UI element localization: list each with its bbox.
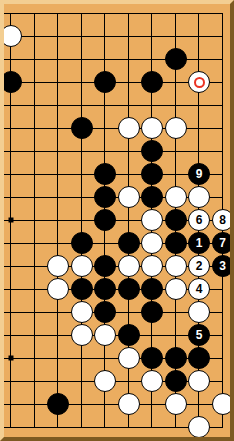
- board-intersection: [23, 324, 47, 347]
- board-intersection: [140, 71, 164, 94]
- board-intersection: 6: [187, 209, 211, 232]
- board-intersection: [23, 232, 47, 255]
- board-intersection: [164, 324, 188, 347]
- board-intersection: [23, 117, 47, 140]
- board-intersection: [70, 393, 94, 416]
- black-stone: [141, 140, 163, 162]
- board-intersection: [93, 48, 117, 71]
- board-intersection: [0, 71, 23, 94]
- board-intersection: [117, 71, 141, 94]
- board-intersection: [211, 48, 234, 71]
- star-point: [9, 218, 14, 223]
- board-intersection: [140, 163, 164, 186]
- black-stone: 1: [188, 232, 210, 254]
- black-stone: [188, 347, 210, 369]
- board-intersection: [187, 393, 211, 416]
- black-stone: 5: [188, 324, 210, 346]
- board-intersection: [211, 278, 234, 301]
- board-intersection: [187, 94, 211, 117]
- black-stone: [94, 209, 116, 231]
- board-intersection: [140, 347, 164, 370]
- board-intersection: [0, 255, 23, 278]
- board-intersection: [46, 255, 70, 278]
- board-intersection: [0, 140, 23, 163]
- board-intersection: [70, 117, 94, 140]
- black-stone: [0, 71, 22, 93]
- board-intersection: [0, 117, 23, 140]
- board-intersection: [70, 278, 94, 301]
- black-stone: [71, 232, 93, 254]
- board-intersection: [70, 140, 94, 163]
- board-intersection: [23, 2, 47, 25]
- white-stone: [165, 186, 187, 208]
- white-stone: [118, 117, 140, 139]
- board-intersection: [70, 2, 94, 25]
- board-intersection: [23, 301, 47, 324]
- board-intersection: [117, 393, 141, 416]
- board-intersection: [46, 186, 70, 209]
- board-intersection: [0, 25, 23, 48]
- board-intersection: [164, 117, 188, 140]
- white-stone: [94, 370, 116, 392]
- board-intersection: [211, 25, 234, 48]
- board-intersection: [211, 71, 234, 94]
- board-intersection: [187, 48, 211, 71]
- go-diagram: 968172345: [0, 0, 234, 441]
- black-stone: [118, 324, 140, 346]
- board-intersection: [211, 324, 234, 347]
- move-number-label: 4: [196, 283, 203, 295]
- move-number-label: 1: [196, 237, 203, 249]
- move-number-label: 9: [196, 168, 203, 180]
- board-intersection: [164, 94, 188, 117]
- board-intersection: [93, 232, 117, 255]
- board-intersection: [0, 232, 23, 255]
- board-intersection: [211, 163, 234, 186]
- board-intersection: [140, 209, 164, 232]
- board-intersection: 2: [187, 255, 211, 278]
- star-point: [9, 356, 14, 361]
- board-intersection: [211, 370, 234, 393]
- board-intersection: [187, 186, 211, 209]
- white-stone: [47, 255, 69, 277]
- board-intersection: [93, 416, 117, 439]
- board-intersection: [23, 186, 47, 209]
- white-stone: [188, 186, 210, 208]
- board-intersection: [93, 393, 117, 416]
- board-intersection: [140, 370, 164, 393]
- board-intersection: [117, 301, 141, 324]
- white-stone: [118, 255, 140, 277]
- board-intersection: [93, 25, 117, 48]
- board-intersection: [117, 2, 141, 25]
- board-intersection: [46, 94, 70, 117]
- board-intersection: [0, 94, 23, 117]
- board-intersection: [117, 163, 141, 186]
- board-intersection: [140, 2, 164, 25]
- white-stone: [165, 255, 187, 277]
- board-intersection: [23, 209, 47, 232]
- board-intersection: [93, 278, 117, 301]
- black-stone: [94, 71, 116, 93]
- black-stone: [94, 301, 116, 323]
- board-intersection: [23, 71, 47, 94]
- board-intersection: [140, 140, 164, 163]
- board-intersection: [46, 209, 70, 232]
- board-intersection: 1: [187, 232, 211, 255]
- board-intersection: [0, 48, 23, 71]
- black-stone: [118, 278, 140, 300]
- white-stone: [212, 393, 234, 415]
- board-intersection: [117, 416, 141, 439]
- black-stone: [94, 278, 116, 300]
- board-intersection: [46, 393, 70, 416]
- red-circle-mark-icon: [194, 77, 205, 88]
- board-intersection: [187, 301, 211, 324]
- black-stone: [141, 186, 163, 208]
- board-intersection: [0, 347, 23, 370]
- board-intersection: [23, 140, 47, 163]
- board-intersection: [93, 94, 117, 117]
- board-intersection: [93, 71, 117, 94]
- board-intersection: [164, 301, 188, 324]
- black-stone: [165, 48, 187, 70]
- white-stone: 4: [188, 278, 210, 300]
- board-intersection: 7: [211, 232, 234, 255]
- board-intersection: [93, 301, 117, 324]
- board-intersection: [70, 71, 94, 94]
- board-intersection: [70, 301, 94, 324]
- board-intersection: [164, 416, 188, 439]
- black-stone: 3: [212, 255, 234, 277]
- white-stone: [141, 255, 163, 277]
- board-intersection: [0, 163, 23, 186]
- board-intersection: [117, 48, 141, 71]
- move-number-label: 3: [219, 260, 226, 272]
- board-intersection: [164, 25, 188, 48]
- board-intersection: [164, 2, 188, 25]
- board-intersection: [140, 48, 164, 71]
- black-stone: [165, 232, 187, 254]
- board-intersection: [140, 324, 164, 347]
- board-intersection: [46, 324, 70, 347]
- black-stone: [94, 255, 116, 277]
- board-intersection: [211, 140, 234, 163]
- white-stone: 8: [212, 209, 234, 231]
- board-intersection: [23, 393, 47, 416]
- board-intersection: [0, 416, 23, 439]
- board-intersection: [70, 370, 94, 393]
- board-intersection: [46, 48, 70, 71]
- white-stone: [94, 324, 116, 346]
- board-intersection: [70, 163, 94, 186]
- board-intersection: [211, 94, 234, 117]
- board-intersection: [187, 416, 211, 439]
- board-intersection: [46, 232, 70, 255]
- white-stone: [71, 324, 93, 346]
- board-intersection: [187, 25, 211, 48]
- board-intersection: 4: [187, 278, 211, 301]
- board-intersection: [117, 209, 141, 232]
- board-intersection: [164, 393, 188, 416]
- board-intersection: 9: [187, 163, 211, 186]
- board-intersection: [93, 186, 117, 209]
- black-stone: [141, 278, 163, 300]
- white-stone: [141, 232, 163, 254]
- board-intersection: [46, 163, 70, 186]
- board-intersection: [164, 370, 188, 393]
- board-intersection: [117, 25, 141, 48]
- move-number-label: 5: [196, 329, 203, 341]
- black-stone: 9: [188, 163, 210, 185]
- board-intersection: [46, 2, 70, 25]
- move-number-label: 7: [219, 237, 226, 249]
- board-intersection: [117, 94, 141, 117]
- board-intersection: [23, 278, 47, 301]
- board-intersection: [46, 71, 70, 94]
- white-stone: [188, 370, 210, 392]
- board-intersection: [140, 186, 164, 209]
- board-intersection: [140, 232, 164, 255]
- go-board: 968172345: [0, 2, 234, 439]
- board-intersection: [46, 278, 70, 301]
- board-intersection: [164, 232, 188, 255]
- move-number-label: 6: [196, 214, 203, 226]
- board-intersection: [23, 94, 47, 117]
- board-intersection: [117, 186, 141, 209]
- board-intersection: [140, 255, 164, 278]
- black-stone: [47, 393, 69, 415]
- board-intersection: [46, 347, 70, 370]
- board-intersection: [70, 232, 94, 255]
- white-stone: [118, 186, 140, 208]
- board-intersection: [23, 416, 47, 439]
- board-intersection: [46, 140, 70, 163]
- board-intersection: [140, 25, 164, 48]
- board-intersection: [70, 25, 94, 48]
- board-intersection: [46, 25, 70, 48]
- board-intersection: [46, 370, 70, 393]
- board-intersection: [164, 71, 188, 94]
- board-intersection: [70, 94, 94, 117]
- board-intersection: [187, 140, 211, 163]
- board-intersection: [0, 278, 23, 301]
- board-intersection: 5: [187, 324, 211, 347]
- white-stone: [141, 117, 163, 139]
- black-stone: 7: [212, 232, 234, 254]
- white-stone: [141, 370, 163, 392]
- black-stone: [118, 232, 140, 254]
- board-intersection: [0, 324, 23, 347]
- board-intersection: [187, 117, 211, 140]
- white-stone: [165, 393, 187, 415]
- white-stone: 6: [188, 209, 210, 231]
- white-stone: [71, 301, 93, 323]
- board-intersection: [23, 255, 47, 278]
- board-intersection: [211, 416, 234, 439]
- board-intersection: [187, 71, 211, 94]
- board-intersection: [23, 25, 47, 48]
- board-intersection: [140, 416, 164, 439]
- black-stone: [94, 163, 116, 185]
- board-intersection: [117, 117, 141, 140]
- board-intersection: [70, 255, 94, 278]
- go-board-frame: 968172345: [0, 0, 234, 441]
- white-stone: [0, 25, 22, 47]
- board-intersection: [93, 370, 117, 393]
- board-intersection: [211, 186, 234, 209]
- board-intersection: [117, 347, 141, 370]
- board-intersection: [187, 347, 211, 370]
- board-intersection: [187, 370, 211, 393]
- black-stone: [141, 301, 163, 323]
- board-intersection: [0, 2, 23, 25]
- board-intersection: [46, 416, 70, 439]
- board-intersection: [0, 370, 23, 393]
- board-intersection: [0, 186, 23, 209]
- white-stone: 2: [188, 255, 210, 277]
- board-intersection: [23, 347, 47, 370]
- black-stone: [141, 347, 163, 369]
- board-intersection: [140, 117, 164, 140]
- board-intersection: [140, 301, 164, 324]
- white-stone: [71, 255, 93, 277]
- board-intersection: [93, 347, 117, 370]
- board-intersection: [117, 232, 141, 255]
- board-intersection: [164, 186, 188, 209]
- board-intersection: [0, 301, 23, 324]
- white-stone: [118, 393, 140, 415]
- board-intersection: 8: [211, 209, 234, 232]
- board-intersection: [140, 278, 164, 301]
- board-intersection: [164, 255, 188, 278]
- board-intersection: [117, 255, 141, 278]
- white-stone: [165, 278, 187, 300]
- board-intersection: [211, 117, 234, 140]
- board-intersection: [70, 186, 94, 209]
- board-intersection: [140, 393, 164, 416]
- black-stone: [71, 278, 93, 300]
- black-stone: [165, 209, 187, 231]
- move-number-label: 8: [219, 214, 226, 226]
- board-intersection: [117, 324, 141, 347]
- white-stone: [188, 71, 210, 93]
- board-intersection: [70, 324, 94, 347]
- board-intersection: [70, 209, 94, 232]
- board-intersection: [93, 117, 117, 140]
- board-intersection: [117, 278, 141, 301]
- board-intersection: [93, 324, 117, 347]
- board-intersection: [164, 347, 188, 370]
- white-stone: [118, 347, 140, 369]
- white-stone: [188, 416, 210, 438]
- white-stone: [165, 117, 187, 139]
- board-intersection: [0, 209, 23, 232]
- board-intersection: [164, 48, 188, 71]
- black-stone: [165, 347, 187, 369]
- white-stone: [188, 301, 210, 323]
- board-intersection: [70, 48, 94, 71]
- board-intersection: [211, 301, 234, 324]
- board-intersection: [0, 393, 23, 416]
- board-intersection: [164, 163, 188, 186]
- board-intersection: [93, 140, 117, 163]
- board-intersection: [164, 209, 188, 232]
- board-intersection: [46, 117, 70, 140]
- black-stone: [165, 370, 187, 392]
- black-stone: [71, 117, 93, 139]
- board-intersection: [23, 163, 47, 186]
- board-intersection: [93, 255, 117, 278]
- board-intersection: [117, 370, 141, 393]
- board-intersection: [187, 2, 211, 25]
- board-intersection: [140, 94, 164, 117]
- black-stone: [141, 71, 163, 93]
- board-intersection: [117, 140, 141, 163]
- board-intersection: [70, 347, 94, 370]
- board-intersection: [164, 278, 188, 301]
- black-stone: [141, 163, 163, 185]
- board-intersection: [211, 393, 234, 416]
- board-intersection: [211, 347, 234, 370]
- board-intersection: [93, 209, 117, 232]
- board-intersection: [23, 370, 47, 393]
- board-intersection: [211, 2, 234, 25]
- board-intersection: [93, 163, 117, 186]
- move-number-label: 2: [196, 260, 203, 272]
- black-stone: [94, 186, 116, 208]
- board-intersection: [164, 140, 188, 163]
- white-stone: [47, 278, 69, 300]
- board-intersection: [46, 301, 70, 324]
- board-intersection: [23, 48, 47, 71]
- board-intersection: [70, 416, 94, 439]
- board-intersection: 3: [211, 255, 234, 278]
- white-stone: [141, 209, 163, 231]
- board-intersection: [93, 2, 117, 25]
